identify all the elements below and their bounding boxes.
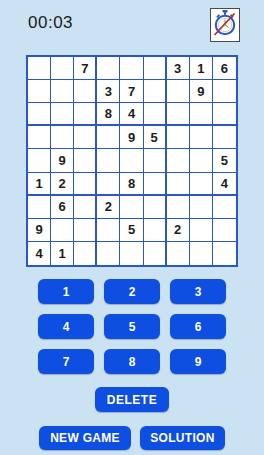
numpad-button-4[interactable]: 4: [38, 314, 94, 339]
cell-r6c3[interactable]: [74, 173, 97, 196]
cell-r9c3[interactable]: [74, 242, 97, 265]
cell-r8c8[interactable]: [190, 219, 213, 242]
cell-r6c8[interactable]: [190, 173, 213, 196]
cell-r6c5[interactable]: 8: [120, 173, 143, 196]
cell-r6c1[interactable]: 1: [28, 173, 51, 196]
cell-r4c9[interactable]: [213, 126, 236, 149]
cell-r9c2[interactable]: 1: [51, 242, 74, 265]
cell-r6c6[interactable]: [144, 173, 167, 196]
cell-r1c4[interactable]: [97, 57, 120, 80]
cell-r3c8[interactable]: [190, 103, 213, 126]
new-game-button[interactable]: NEW GAME: [39, 426, 131, 450]
cell-r1c2[interactable]: [51, 57, 74, 80]
timer-toggle-button[interactable]: [210, 8, 240, 42]
cell-r3c9[interactable]: [213, 103, 236, 126]
cell-r3c1[interactable]: [28, 103, 51, 126]
cell-r3c3[interactable]: [74, 103, 97, 126]
cell-r9c9[interactable]: [213, 242, 236, 265]
cell-r2c8[interactable]: 9: [190, 80, 213, 103]
cell-r2c9[interactable]: [213, 80, 236, 103]
delete-row: DELETE: [0, 387, 264, 412]
numpad-button-1[interactable]: 1: [38, 279, 94, 304]
cell-r8c4[interactable]: [97, 219, 120, 242]
number-pad: 123456789: [38, 279, 226, 374]
cell-r8c1[interactable]: 9: [28, 219, 51, 242]
cell-r5c5[interactable]: [120, 149, 143, 172]
cell-r8c7[interactable]: 2: [167, 219, 190, 242]
sudoku-app-screen: 00:03 731637984959512846295241 123456789: [0, 0, 264, 455]
cell-r6c2[interactable]: 2: [51, 173, 74, 196]
cell-r7c7[interactable]: [167, 196, 190, 219]
cell-r2c1[interactable]: [28, 80, 51, 103]
cell-r6c4[interactable]: [97, 173, 120, 196]
cell-r1c3[interactable]: 7: [74, 57, 97, 80]
delete-button[interactable]: DELETE: [95, 387, 169, 412]
sudoku-board: 731637984959512846295241: [26, 55, 238, 267]
numpad-button-2[interactable]: 2: [104, 279, 160, 304]
cell-r1c9[interactable]: 6: [213, 57, 236, 80]
cell-r5c6[interactable]: [144, 149, 167, 172]
timer-display: 00:03: [28, 13, 73, 33]
cell-r8c9[interactable]: [213, 219, 236, 242]
cell-r5c1[interactable]: [28, 149, 51, 172]
cell-r4c8[interactable]: [190, 126, 213, 149]
numpad-button-6[interactable]: 6: [170, 314, 226, 339]
cell-r5c9[interactable]: 5: [213, 149, 236, 172]
cell-r2c3[interactable]: [74, 80, 97, 103]
cell-r1c5[interactable]: [120, 57, 143, 80]
cell-r2c2[interactable]: [51, 80, 74, 103]
cell-r1c1[interactable]: [28, 57, 51, 80]
cell-r5c7[interactable]: [167, 149, 190, 172]
numpad-button-7[interactable]: 7: [38, 349, 94, 374]
cell-r2c6[interactable]: [144, 80, 167, 103]
cell-r9c6[interactable]: [144, 242, 167, 265]
cell-r7c3[interactable]: [74, 196, 97, 219]
cell-r3c7[interactable]: [167, 103, 190, 126]
cell-r2c4[interactable]: 3: [97, 80, 120, 103]
cell-r4c6[interactable]: 5: [144, 126, 167, 149]
solution-button[interactable]: SOLUTION: [140, 426, 225, 450]
numpad-button-3[interactable]: 3: [170, 279, 226, 304]
cell-r3c2[interactable]: [51, 103, 74, 126]
cell-r4c7[interactable]: [167, 126, 190, 149]
bottom-actions: NEW GAME SOLUTION: [0, 426, 264, 450]
cell-r6c7[interactable]: [167, 173, 190, 196]
cell-r8c5[interactable]: 5: [120, 219, 143, 242]
cell-r9c8[interactable]: [190, 242, 213, 265]
cell-r4c2[interactable]: [51, 126, 74, 149]
cell-r3c5[interactable]: 4: [120, 103, 143, 126]
cell-r9c5[interactable]: [120, 242, 143, 265]
header: 00:03: [0, 0, 264, 46]
cell-r2c7[interactable]: [167, 80, 190, 103]
cell-r7c1[interactable]: [28, 196, 51, 219]
cell-r1c6[interactable]: [144, 57, 167, 80]
numpad-button-9[interactable]: 9: [170, 349, 226, 374]
numpad-button-8[interactable]: 8: [104, 349, 160, 374]
cell-r7c5[interactable]: [120, 196, 143, 219]
cell-r8c6[interactable]: [144, 219, 167, 242]
cell-r5c2[interactable]: 9: [51, 149, 74, 172]
cell-r6c9[interactable]: 4: [213, 173, 236, 196]
cell-r9c7[interactable]: [167, 242, 190, 265]
cell-r7c6[interactable]: [144, 196, 167, 219]
cell-r7c2[interactable]: 6: [51, 196, 74, 219]
stopwatch-disabled-icon: [213, 9, 237, 41]
cell-r8c3[interactable]: [74, 219, 97, 242]
cell-r4c1[interactable]: [28, 126, 51, 149]
numpad-button-5[interactable]: 5: [104, 314, 160, 339]
cell-r5c4[interactable]: [97, 149, 120, 172]
cell-r3c4[interactable]: 8: [97, 103, 120, 126]
cell-r3c6[interactable]: [144, 103, 167, 126]
cell-r4c4[interactable]: [97, 126, 120, 149]
cell-r4c5[interactable]: 9: [120, 126, 143, 149]
cell-r7c9[interactable]: [213, 196, 236, 219]
cell-r5c3[interactable]: [74, 149, 97, 172]
cell-r9c1[interactable]: 4: [28, 242, 51, 265]
cell-r8c2[interactable]: [51, 219, 74, 242]
cell-r1c8[interactable]: 1: [190, 57, 213, 80]
cell-r7c8[interactable]: [190, 196, 213, 219]
cell-r9c4[interactable]: [97, 242, 120, 265]
cell-r1c7[interactable]: 3: [167, 57, 190, 80]
cell-r7c4[interactable]: 2: [97, 196, 120, 219]
cell-r2c5[interactable]: 7: [120, 80, 143, 103]
cell-r5c8[interactable]: [190, 149, 213, 172]
cell-r4c3[interactable]: [74, 126, 97, 149]
sudoku-grid: 731637984959512846295241: [28, 57, 236, 265]
